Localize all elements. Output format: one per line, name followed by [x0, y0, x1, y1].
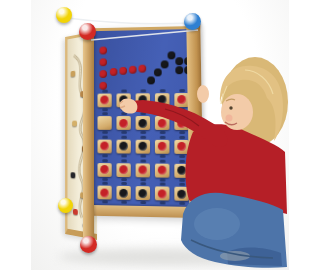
maze-bead[interactable] — [71, 71, 76, 77]
black-square-cluster-dot — [175, 66, 183, 74]
block-r5c4[interactable] — [154, 185, 171, 203]
block-r2c2[interactable] — [116, 115, 132, 132]
block-r3c2[interactable] — [116, 138, 132, 155]
block-r1c1[interactable] — [97, 92, 113, 109]
red-row-dot — [129, 66, 137, 74]
child-smile — [225, 122, 237, 125]
red-column-dot — [99, 82, 107, 90]
red-column-dot — [99, 70, 107, 78]
black-dot — [119, 189, 128, 198]
red-dot — [100, 188, 109, 197]
block-r3c4[interactable] — [154, 138, 171, 156]
block-r5c1[interactable] — [97, 184, 113, 202]
red-dot — [177, 95, 186, 104]
right-post-top-blue-ball[interactable] — [184, 13, 201, 30]
block-r5c2[interactable] — [116, 184, 132, 202]
black-dot — [138, 142, 147, 151]
block-r2c1[interactable] — [97, 115, 113, 132]
block-r5c5[interactable] — [173, 185, 190, 203]
black-diagonal-dot — [147, 76, 155, 84]
block-r4c2[interactable] — [116, 161, 132, 178]
maze-bead[interactable] — [71, 172, 76, 178]
black-diagonal-dot — [168, 51, 176, 59]
block-r4c3[interactable] — [135, 161, 151, 179]
red-dot — [158, 119, 167, 128]
black-square-cluster-dot — [175, 57, 183, 65]
child-eye — [229, 106, 232, 109]
red-dot — [158, 142, 167, 151]
black-dot — [138, 119, 147, 128]
red-row-dot — [110, 68, 118, 76]
red-column-dot — [99, 58, 107, 66]
flip-block-grid — [97, 91, 191, 203]
block-r1c4[interactable] — [154, 91, 171, 109]
black-dot — [177, 189, 186, 198]
black-dot — [158, 95, 167, 104]
red-dot — [177, 119, 186, 128]
red-dot — [158, 166, 167, 175]
block-r4c1[interactable] — [97, 161, 113, 178]
photo-scene — [31, 0, 289, 270]
red-dot — [158, 189, 167, 198]
rear-post-top-yellow-ball[interactable] — [56, 7, 72, 23]
red-dot — [138, 166, 147, 175]
black-dot — [177, 166, 186, 175]
right-corner-post — [186, 22, 203, 221]
front-corner-post — [83, 30, 94, 248]
red-dot — [100, 96, 109, 105]
block-r5c3[interactable] — [135, 185, 151, 203]
front-post-top-red-ball[interactable] — [79, 23, 96, 40]
child-face — [221, 94, 253, 130]
block-r4c4[interactable] — [154, 161, 171, 179]
red-dot — [100, 165, 109, 174]
black-diagonal-dot — [161, 60, 169, 68]
red-row-dot — [119, 67, 127, 75]
front-pattern-panel — [92, 26, 196, 218]
maze-bead[interactable] — [73, 209, 78, 215]
red-dot — [119, 165, 128, 174]
block-r3c3[interactable] — [135, 138, 151, 155]
block-r2c4[interactable] — [154, 115, 171, 132]
black-dot — [138, 96, 147, 105]
block-r4c5[interactable] — [173, 162, 190, 180]
red-dot — [119, 119, 128, 128]
red-row-dot — [138, 65, 146, 73]
black-dot — [119, 142, 128, 151]
bottom-wood-rail — [92, 205, 196, 218]
front-post-bottom-red-ball[interactable] — [80, 236, 97, 253]
child-hair-fringe — [220, 66, 283, 141]
red-dot — [177, 142, 186, 151]
red-column-dot — [99, 47, 107, 55]
black-dot — [119, 96, 128, 105]
black-diagonal-dot — [154, 68, 162, 76]
block-r2c3[interactable] — [135, 115, 151, 132]
child-cheek — [226, 115, 233, 122]
maze-bead[interactable] — [72, 121, 77, 127]
black-dot — [138, 189, 147, 198]
block-r3c1[interactable] — [97, 138, 113, 155]
block-r1c3[interactable] — [135, 91, 151, 108]
red-dot — [100, 142, 109, 151]
rear-post-bottom-yellow-ball[interactable] — [58, 198, 73, 213]
child-hair — [222, 57, 288, 147]
block-r1c2[interactable] — [116, 91, 132, 108]
